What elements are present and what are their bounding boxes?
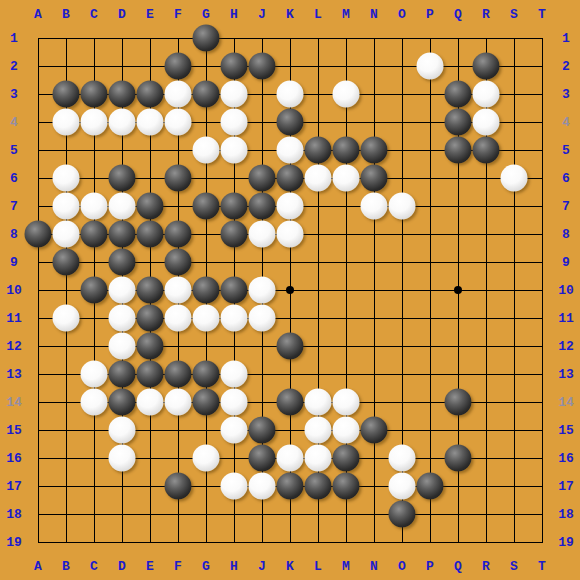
column-label-J: J xyxy=(258,7,266,22)
column-label-G: G xyxy=(202,559,210,574)
column-label-H: H xyxy=(230,559,238,574)
row-label-7: 7 xyxy=(10,199,18,214)
column-label-Q: Q xyxy=(454,7,462,22)
column-label-S: S xyxy=(510,559,518,574)
column-label-P: P xyxy=(426,7,434,22)
row-label-12: 12 xyxy=(558,339,574,354)
column-label-E: E xyxy=(146,559,154,574)
column-label-C: C xyxy=(90,559,98,574)
row-label-12: 12 xyxy=(6,339,22,354)
column-label-G: G xyxy=(202,7,210,22)
column-label-O: O xyxy=(398,7,406,22)
row-label-17: 17 xyxy=(6,479,22,494)
row-label-13: 13 xyxy=(558,367,574,382)
column-label-F: F xyxy=(174,7,182,22)
column-label-O: O xyxy=(398,559,406,574)
column-label-N: N xyxy=(370,559,378,574)
column-label-E: E xyxy=(146,7,154,22)
row-label-4: 4 xyxy=(562,115,570,130)
row-label-9: 9 xyxy=(10,255,18,270)
row-label-3: 3 xyxy=(10,87,18,102)
row-label-10: 10 xyxy=(558,283,574,298)
row-label-15: 15 xyxy=(558,423,574,438)
row-label-10: 10 xyxy=(6,283,22,298)
column-label-L: L xyxy=(314,559,322,574)
column-label-K: K xyxy=(286,559,294,574)
column-label-A: A xyxy=(34,559,42,574)
row-label-18: 18 xyxy=(558,507,574,522)
row-label-1: 1 xyxy=(10,31,18,46)
column-label-R: R xyxy=(482,559,490,574)
row-label-19: 19 xyxy=(558,535,574,550)
row-label-3: 3 xyxy=(562,87,570,102)
column-label-R: R xyxy=(482,7,490,22)
row-label-2: 2 xyxy=(562,59,570,74)
row-label-7: 7 xyxy=(562,199,570,214)
column-label-J: J xyxy=(258,559,266,574)
coordinate-labels: AABBCCDDEEFFGGHHJJKKLLMMNNOOPPQQRRSSTT11… xyxy=(0,0,580,580)
column-label-L: L xyxy=(314,7,322,22)
go-board: AABBCCDDEEFFGGHHJJKKLLMMNNOOPPQQRRSSTT11… xyxy=(0,0,580,580)
column-label-C: C xyxy=(90,7,98,22)
column-label-Q: Q xyxy=(454,559,462,574)
column-label-H: H xyxy=(230,7,238,22)
row-label-16: 16 xyxy=(558,451,574,466)
row-label-6: 6 xyxy=(10,171,18,186)
row-label-15: 15 xyxy=(6,423,22,438)
row-label-13: 13 xyxy=(6,367,22,382)
column-label-T: T xyxy=(538,559,546,574)
row-label-18: 18 xyxy=(6,507,22,522)
column-label-B: B xyxy=(62,559,70,574)
column-label-D: D xyxy=(118,7,126,22)
column-label-D: D xyxy=(118,559,126,574)
row-label-19: 19 xyxy=(6,535,22,550)
row-label-9: 9 xyxy=(562,255,570,270)
column-label-T: T xyxy=(538,7,546,22)
column-label-S: S xyxy=(510,7,518,22)
column-label-M: M xyxy=(342,559,350,574)
row-label-4: 4 xyxy=(10,115,18,130)
row-label-1: 1 xyxy=(562,31,570,46)
row-label-16: 16 xyxy=(6,451,22,466)
column-label-N: N xyxy=(370,7,378,22)
row-label-2: 2 xyxy=(10,59,18,74)
row-label-11: 11 xyxy=(6,311,22,326)
row-label-5: 5 xyxy=(562,143,570,158)
column-label-M: M xyxy=(342,7,350,22)
column-label-K: K xyxy=(286,7,294,22)
row-label-8: 8 xyxy=(562,227,570,242)
row-label-17: 17 xyxy=(558,479,574,494)
row-label-14: 14 xyxy=(6,395,22,410)
column-label-A: A xyxy=(34,7,42,22)
row-label-14: 14 xyxy=(558,395,574,410)
row-label-6: 6 xyxy=(562,171,570,186)
row-label-8: 8 xyxy=(10,227,18,242)
column-label-F: F xyxy=(174,559,182,574)
column-label-P: P xyxy=(426,559,434,574)
column-label-B: B xyxy=(62,7,70,22)
row-label-11: 11 xyxy=(558,311,574,326)
row-label-5: 5 xyxy=(10,143,18,158)
